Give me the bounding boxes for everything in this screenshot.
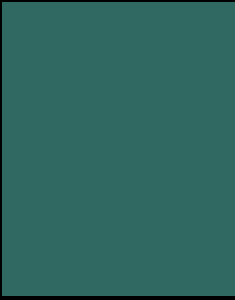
board-grid bbox=[0, 0, 235, 300]
xiangqi-board bbox=[0, 0, 235, 300]
